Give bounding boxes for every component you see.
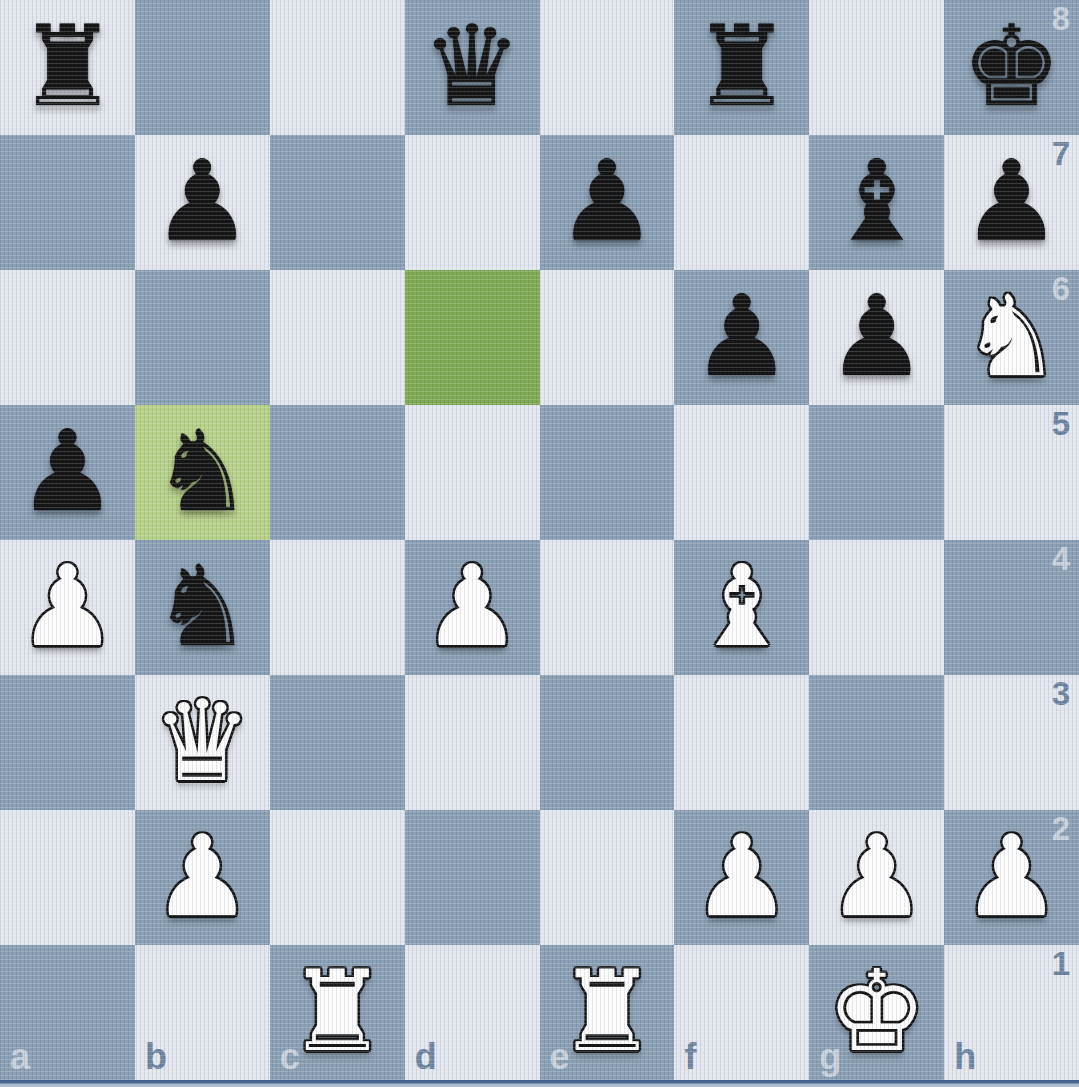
square-a3[interactable]	[0, 675, 135, 810]
black-pawn-piece[interactable]: ♟	[826, 280, 926, 392]
square-h4[interactable]: 4	[944, 540, 1079, 675]
square-b3[interactable]: ♛	[135, 675, 270, 810]
black-pawn-piece[interactable]: ♟	[961, 145, 1061, 257]
square-d7[interactable]	[405, 135, 540, 270]
white-knight-piece[interactable]: ♞	[961, 280, 1061, 392]
black-rook-piece[interactable]: ♜	[17, 10, 117, 122]
square-g2[interactable]: ♟	[809, 810, 944, 945]
square-e6[interactable]	[540, 270, 675, 405]
file-label-f: f	[684, 1036, 696, 1078]
square-f5[interactable]	[674, 405, 809, 540]
square-c3[interactable]	[270, 675, 405, 810]
rank-label-6: 6	[1052, 270, 1070, 308]
square-a2[interactable]	[0, 810, 135, 945]
square-d4[interactable]: ♟	[405, 540, 540, 675]
square-b6[interactable]	[135, 270, 270, 405]
square-g3[interactable]	[809, 675, 944, 810]
square-g4[interactable]	[809, 540, 944, 675]
square-h8[interactable]: ♚8	[944, 0, 1079, 135]
white-pawn-piece[interactable]: ♟	[692, 820, 792, 932]
square-c2[interactable]	[270, 810, 405, 945]
square-b2[interactable]: ♟	[135, 810, 270, 945]
file-label-h: h	[954, 1036, 976, 1078]
square-a8[interactable]: ♜	[0, 0, 135, 135]
file-label-g: g	[819, 1036, 841, 1078]
square-g8[interactable]	[809, 0, 944, 135]
square-d1[interactable]: d	[405, 945, 540, 1080]
square-h5[interactable]: 5	[944, 405, 1079, 540]
file-label-d: d	[415, 1036, 437, 1078]
square-h2[interactable]: ♟2	[944, 810, 1079, 945]
square-e8[interactable]	[540, 0, 675, 135]
square-a7[interactable]	[0, 135, 135, 270]
square-b5[interactable]: ♞	[135, 405, 270, 540]
rank-label-8: 8	[1052, 0, 1070, 38]
file-label-b: b	[145, 1036, 167, 1078]
square-e5[interactable]	[540, 405, 675, 540]
square-e1[interactable]: ♜e	[540, 945, 675, 1080]
white-rook-piece[interactable]: ♜	[557, 955, 657, 1067]
chess-board-wrap: ♜♛♜♚8♟♟♝♟7♟♟♞6♟♞5♟♞♟♝4♛3♟♟♟♟2ab♜cd♜ef♚gh…	[0, 0, 1079, 1087]
black-bishop-piece[interactable]: ♝	[826, 145, 926, 257]
square-d6[interactable]	[405, 270, 540, 405]
black-pawn-piece[interactable]: ♟	[152, 145, 252, 257]
square-c4[interactable]	[270, 540, 405, 675]
black-pawn-piece[interactable]: ♟	[17, 415, 117, 527]
board-bottom-edge	[0, 1080, 1079, 1087]
file-label-e: e	[550, 1036, 570, 1078]
black-knight-piece[interactable]: ♞	[152, 415, 252, 527]
white-rook-piece[interactable]: ♜	[287, 955, 387, 1067]
white-bishop-piece[interactable]: ♝	[692, 550, 792, 662]
square-a1[interactable]: a	[0, 945, 135, 1080]
square-h3[interactable]: 3	[944, 675, 1079, 810]
square-b4[interactable]: ♞	[135, 540, 270, 675]
square-d3[interactable]	[405, 675, 540, 810]
square-h1[interactable]: h1	[944, 945, 1079, 1080]
black-pawn-piece[interactable]: ♟	[557, 145, 657, 257]
square-e3[interactable]	[540, 675, 675, 810]
square-f6[interactable]: ♟	[674, 270, 809, 405]
square-f7[interactable]	[674, 135, 809, 270]
square-d5[interactable]	[405, 405, 540, 540]
square-f1[interactable]: f	[674, 945, 809, 1080]
square-e4[interactable]	[540, 540, 675, 675]
square-d2[interactable]	[405, 810, 540, 945]
square-d8[interactable]: ♛	[405, 0, 540, 135]
rank-label-5: 5	[1052, 405, 1070, 443]
square-c8[interactable]	[270, 0, 405, 135]
square-a6[interactable]	[0, 270, 135, 405]
square-c1[interactable]: ♜c	[270, 945, 405, 1080]
square-b7[interactable]: ♟	[135, 135, 270, 270]
square-g7[interactable]: ♝	[809, 135, 944, 270]
square-b8[interactable]	[135, 0, 270, 135]
square-e7[interactable]: ♟	[540, 135, 675, 270]
white-pawn-piece[interactable]: ♟	[961, 820, 1061, 932]
white-pawn-piece[interactable]: ♟	[826, 820, 926, 932]
rank-label-4: 4	[1052, 540, 1070, 578]
file-label-a: a	[10, 1036, 30, 1078]
square-c6[interactable]	[270, 270, 405, 405]
square-g1[interactable]: ♚g	[809, 945, 944, 1080]
black-king-piece[interactable]: ♚	[961, 10, 1061, 122]
square-g6[interactable]: ♟	[809, 270, 944, 405]
square-a5[interactable]: ♟	[0, 405, 135, 540]
rank-label-2: 2	[1052, 810, 1070, 848]
square-b1[interactable]: b	[135, 945, 270, 1080]
square-f3[interactable]	[674, 675, 809, 810]
square-h7[interactable]: ♟7	[944, 135, 1079, 270]
square-c5[interactable]	[270, 405, 405, 540]
black-knight-piece[interactable]: ♞	[152, 550, 252, 662]
square-f2[interactable]: ♟	[674, 810, 809, 945]
square-a4[interactable]: ♟	[0, 540, 135, 675]
square-e2[interactable]	[540, 810, 675, 945]
square-c7[interactable]	[270, 135, 405, 270]
square-f4[interactable]: ♝	[674, 540, 809, 675]
black-queen-piece[interactable]: ♛	[422, 10, 522, 122]
file-label-c: c	[280, 1036, 300, 1078]
chess-board: ♜♛♜♚8♟♟♝♟7♟♟♞6♟♞5♟♞♟♝4♛3♟♟♟♟2ab♜cd♜ef♚gh…	[0, 0, 1079, 1080]
square-h6[interactable]: ♞6	[944, 270, 1079, 405]
white-pawn-piece[interactable]: ♟	[152, 820, 252, 932]
rank-label-7: 7	[1052, 135, 1070, 173]
black-pawn-piece[interactable]: ♟	[692, 280, 792, 392]
white-pawn-piece[interactable]: ♟	[422, 550, 522, 662]
rank-label-1: 1	[1052, 945, 1070, 983]
square-f8[interactable]: ♜	[674, 0, 809, 135]
rank-label-3: 3	[1052, 675, 1070, 713]
white-king-piece[interactable]: ♚	[826, 955, 926, 1067]
white-queen-piece[interactable]: ♛	[152, 685, 252, 797]
square-g5[interactable]	[809, 405, 944, 540]
white-pawn-piece[interactable]: ♟	[17, 550, 117, 662]
black-rook-piece[interactable]: ♜	[692, 10, 792, 122]
